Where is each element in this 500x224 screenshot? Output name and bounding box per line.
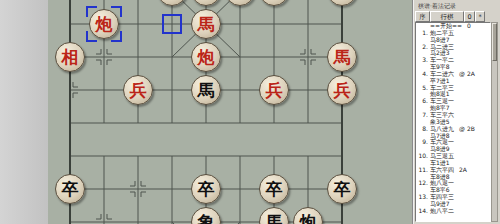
move-number: 5. (416, 85, 428, 92)
header-col-mark[interactable]: * (475, 11, 485, 22)
piece-black-馬[interactable]: 馬 (191, 75, 221, 105)
move-annotation: 2A (459, 166, 467, 173)
header-col-score[interactable]: 0 (464, 11, 475, 22)
move-row-red[interactable]: 5.车二平三 (416, 85, 490, 92)
move-row-red[interactable]: 8.马八进九@ 2B (416, 126, 490, 133)
piece-red-兵[interactable]: 兵 (123, 75, 153, 105)
move-text: 炮八平二 (430, 207, 454, 214)
piece-red-馬[interactable]: 馬 (327, 42, 357, 72)
move-number: 3. (416, 57, 428, 64)
move-list-scrollbar[interactable] (491, 22, 498, 222)
move-annotation: @ 2A (459, 70, 475, 77)
move-list-header: 序 行棋 0 * (415, 11, 485, 22)
move-row-red[interactable]: 7.车三平六 (416, 112, 490, 119)
move-list[interactable]: ==开始==01.炮二平五马8进72.马二进三马2进33.车一平二车9平84.车… (415, 22, 491, 222)
piece-red-炮[interactable]: 炮 (191, 42, 221, 72)
move-number: 7. (416, 112, 428, 119)
move-number: 13. (416, 194, 428, 201)
move-annotation: 0 (467, 22, 471, 29)
move-number: 6. (416, 98, 428, 105)
move-row-red[interactable]: 3.车一平二 (416, 57, 490, 64)
piece-black-卒[interactable]: 卒 (191, 174, 221, 204)
move-number: 8. (416, 126, 428, 133)
left-sidebar (0, 0, 49, 224)
move-number: 4. (416, 71, 428, 78)
move-row-red[interactable]: 12.炮八退一 (416, 180, 490, 187)
piece-red-馬[interactable]: 馬 (191, 9, 221, 39)
move-row-red[interactable]: 6.车三退一 (416, 98, 490, 105)
move-row-red[interactable]: 10.马三退五 (416, 153, 490, 160)
move-list-title: 棋谱·着法记录 (418, 1, 498, 10)
move-number: 2. (416, 44, 428, 51)
move-row-red[interactable]: 2.马二进三 (416, 44, 490, 51)
move-row-red[interactable]: 14.炮八平二 (416, 208, 490, 215)
move-row-red[interactable]: 9.车六退一 (416, 139, 490, 146)
target-square-marker (162, 14, 182, 34)
move-number: 10. (416, 153, 428, 160)
piece-red-相[interactable]: 相 (55, 42, 85, 72)
move-row-red[interactable]: 11.车六平四2A (416, 167, 490, 174)
move-number: 11. (416, 167, 428, 174)
move-annotation: @ 2B (459, 125, 475, 132)
move-number: 9. (416, 139, 428, 146)
piece-black-卒[interactable]: 卒 (327, 174, 357, 204)
header-col-move[interactable]: 行棋 (430, 11, 464, 22)
move-number: 12. (416, 180, 428, 187)
move-row-red[interactable]: 1.炮二平五 (416, 30, 490, 37)
move-number: 1. (416, 30, 428, 37)
header-col-number[interactable]: 序 (415, 11, 430, 22)
piece-red-兵[interactable]: 兵 (259, 75, 289, 105)
selection-brackets (86, 6, 122, 42)
app-window: 仕帅仕相车炮馬相炮馬兵馬兵兵卒卒卒卒象馬炮 棋谱·着法记录 序 行棋 0 * =… (0, 0, 500, 224)
move-list-panel: 棋谱·着法记录 序 行棋 0 * ==开始==01.炮二平五马8进72.马二进三… (412, 0, 500, 224)
piece-red-兵[interactable]: 兵 (327, 75, 357, 105)
scrollbar-thumb[interactable] (492, 23, 497, 61)
piece-black-卒[interactable]: 卒 (259, 174, 289, 204)
xiangqi-board[interactable]: 仕帅仕相车炮馬相炮馬兵馬兵兵卒卒卒卒象馬炮 (48, 0, 412, 224)
move-row-red[interactable]: 4.车二进六@ 2A (416, 71, 490, 78)
move-number: 14. (416, 208, 428, 215)
move-row-red[interactable]: 13.车四平三 (416, 194, 490, 201)
piece-black-卒[interactable]: 卒 (55, 174, 85, 204)
